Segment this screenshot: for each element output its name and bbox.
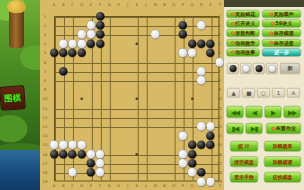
board-point-N8[interactable] bbox=[160, 76, 169, 85]
board-point-O17[interactable] bbox=[169, 159, 178, 168]
bottom-button-left-3[interactable]: 显示手数 bbox=[230, 172, 258, 183]
board-point-F9[interactable] bbox=[95, 85, 104, 94]
board-point-Q5[interactable] bbox=[187, 48, 196, 57]
board-point-Q15[interactable] bbox=[187, 140, 196, 149]
board-point-B14[interactable] bbox=[59, 131, 68, 140]
board-point-B12[interactable] bbox=[59, 113, 68, 122]
board-point-K2[interactable] bbox=[132, 21, 141, 30]
board-point-F1[interactable] bbox=[95, 12, 104, 21]
board-point-N11[interactable] bbox=[160, 103, 169, 112]
board-point-D3[interactable] bbox=[77, 30, 86, 39]
board-point-Q8[interactable] bbox=[187, 76, 196, 85]
board-point-R3[interactable] bbox=[197, 30, 206, 39]
delete-tool-button[interactable]: 删 bbox=[280, 63, 300, 74]
board-point-C16[interactable] bbox=[68, 149, 77, 158]
board-point-E4[interactable] bbox=[86, 39, 95, 48]
board-point-H7[interactable] bbox=[114, 67, 123, 76]
board-point-G15[interactable] bbox=[105, 140, 114, 149]
board-point-T11[interactable] bbox=[215, 103, 224, 112]
board-point-S4[interactable] bbox=[206, 39, 215, 48]
board-point-Q9[interactable] bbox=[187, 85, 196, 94]
board-point-E10[interactable] bbox=[86, 94, 95, 103]
board-point-R13[interactable] bbox=[197, 122, 206, 131]
board-point-J12[interactable] bbox=[123, 113, 132, 122]
board-point-G12[interactable] bbox=[105, 113, 114, 122]
board-point-T6[interactable] bbox=[215, 57, 224, 66]
board-point-T12[interactable] bbox=[215, 113, 224, 122]
shape-tool-1[interactable]: ▲ bbox=[227, 88, 240, 98]
board-point-D9[interactable] bbox=[77, 85, 86, 94]
board-point-S12[interactable] bbox=[206, 113, 215, 122]
board-point-Q13[interactable] bbox=[187, 122, 196, 131]
board-point-E6[interactable] bbox=[86, 57, 95, 66]
board-point-F4[interactable] bbox=[95, 39, 104, 48]
board-point-L9[interactable] bbox=[141, 85, 150, 94]
board-point-Q2[interactable] bbox=[187, 21, 196, 30]
board-point-L2[interactable] bbox=[141, 21, 150, 30]
shape-tool-3[interactable]: ○ bbox=[257, 88, 270, 98]
board-point-Q4[interactable] bbox=[187, 39, 196, 48]
board-point-T17[interactable] bbox=[215, 159, 224, 168]
board-point-R12[interactable] bbox=[197, 113, 206, 122]
board-point-M2[interactable] bbox=[151, 21, 160, 30]
board-point-K8[interactable] bbox=[132, 76, 141, 85]
board-point-R8[interactable] bbox=[197, 76, 206, 85]
board-point-B4[interactable] bbox=[59, 39, 68, 48]
board-point-E17[interactable] bbox=[86, 159, 95, 168]
board-point-O10[interactable] bbox=[169, 94, 178, 103]
board-point-S5[interactable] bbox=[206, 48, 215, 57]
board-point-E18[interactable] bbox=[86, 168, 95, 177]
board-point-N15[interactable] bbox=[160, 140, 169, 149]
board-point-R11[interactable] bbox=[197, 103, 206, 112]
board-point-B8[interactable] bbox=[59, 76, 68, 85]
panel-button-3[interactable]: 打开讲义 bbox=[227, 20, 260, 28]
board-point-N17[interactable] bbox=[160, 159, 169, 168]
board-point-P6[interactable] bbox=[178, 57, 187, 66]
board-point-N12[interactable] bbox=[160, 113, 169, 122]
board-point-B15[interactable] bbox=[59, 140, 68, 149]
board-point-C1[interactable] bbox=[68, 12, 77, 21]
board-point-A5[interactable] bbox=[50, 48, 59, 57]
board-point-E8[interactable] bbox=[86, 76, 95, 85]
board-point-A14[interactable] bbox=[50, 131, 59, 140]
board-point-L17[interactable] bbox=[141, 159, 150, 168]
board-point-F6[interactable] bbox=[95, 57, 104, 66]
board-point-B6[interactable] bbox=[59, 57, 68, 66]
board-point-O14[interactable] bbox=[169, 131, 178, 140]
board-point-O13[interactable] bbox=[169, 122, 178, 131]
board-point-J1[interactable] bbox=[123, 12, 132, 21]
board-point-P13[interactable] bbox=[178, 122, 187, 131]
board-point-E1[interactable] bbox=[86, 12, 95, 21]
nav-back[interactable]: ◀ bbox=[246, 106, 263, 118]
board-point-K6[interactable] bbox=[132, 57, 141, 66]
board-point-N7[interactable] bbox=[160, 67, 169, 76]
bottom-button-right-2[interactable]: 加载棋谱 bbox=[264, 157, 301, 168]
board-point-B2[interactable] bbox=[59, 21, 68, 30]
board-point-O18[interactable] bbox=[169, 168, 178, 177]
board-point-P2[interactable] bbox=[178, 21, 187, 30]
board-point-G7[interactable] bbox=[105, 67, 114, 76]
stone-tool-4[interactable] bbox=[266, 63, 278, 74]
board-point-D7[interactable] bbox=[77, 67, 86, 76]
board-point-G16[interactable] bbox=[105, 149, 114, 158]
board-point-B18[interactable] bbox=[59, 168, 68, 177]
assign-homework-button[interactable]: 布置作业 bbox=[266, 123, 301, 134]
board-point-N9[interactable] bbox=[160, 85, 169, 94]
panel-button-7[interactable]: 动画教学 bbox=[227, 39, 260, 47]
board-point-O16[interactable] bbox=[169, 149, 178, 158]
board-point-Q1[interactable] bbox=[187, 12, 196, 21]
board-point-G19[interactable] bbox=[105, 177, 114, 186]
board-point-A12[interactable] bbox=[50, 113, 59, 122]
board-point-R2[interactable] bbox=[197, 21, 206, 30]
board-point-N3[interactable] bbox=[160, 30, 169, 39]
board-point-D11[interactable] bbox=[77, 103, 86, 112]
board-point-T10[interactable] bbox=[215, 94, 224, 103]
board-point-K11[interactable] bbox=[132, 103, 141, 112]
board-point-E19[interactable] bbox=[86, 177, 95, 186]
board-point-K16[interactable] bbox=[132, 149, 141, 158]
board-point-D16[interactable] bbox=[77, 149, 86, 158]
board-point-J10[interactable] bbox=[123, 94, 132, 103]
board-point-B9[interactable] bbox=[59, 85, 68, 94]
nav-forward[interactable]: ▶ bbox=[265, 106, 282, 118]
board-point-E2[interactable] bbox=[86, 21, 95, 30]
board-point-S14[interactable] bbox=[206, 131, 215, 140]
board-point-T8[interactable] bbox=[215, 76, 224, 85]
board-point-M13[interactable] bbox=[151, 122, 160, 131]
board-point-D17[interactable] bbox=[77, 159, 86, 168]
board-point-K13[interactable] bbox=[132, 122, 141, 131]
board-point-A4[interactable] bbox=[50, 39, 59, 48]
board-point-P8[interactable] bbox=[178, 76, 187, 85]
board-point-J4[interactable] bbox=[123, 39, 132, 48]
board-point-E15[interactable] bbox=[86, 140, 95, 149]
board-point-L18[interactable] bbox=[141, 168, 150, 177]
board-point-N13[interactable] bbox=[160, 122, 169, 131]
board-point-T13[interactable] bbox=[215, 122, 224, 131]
board-point-R1[interactable] bbox=[197, 12, 206, 21]
panel-button-9[interactable]: 动画故事 bbox=[227, 48, 260, 56]
board-point-L1[interactable] bbox=[141, 12, 150, 21]
board-point-S8[interactable] bbox=[206, 76, 215, 85]
board-point-M19[interactable] bbox=[151, 177, 160, 186]
board-point-M5[interactable] bbox=[151, 48, 160, 57]
board-point-P11[interactable] bbox=[178, 103, 187, 112]
board-point-P4[interactable] bbox=[178, 39, 187, 48]
shape-tool-4[interactable]: 1 bbox=[272, 88, 285, 98]
board-point-A6[interactable] bbox=[50, 57, 59, 66]
board-point-P15[interactable] bbox=[178, 140, 187, 149]
board-point-N4[interactable] bbox=[160, 39, 169, 48]
board-point-G9[interactable] bbox=[105, 85, 114, 94]
board-point-E9[interactable] bbox=[86, 85, 95, 94]
board-point-F17[interactable] bbox=[95, 159, 104, 168]
board-point-G10[interactable] bbox=[105, 94, 114, 103]
stone-tool-1[interactable] bbox=[227, 63, 239, 74]
board-point-S3[interactable] bbox=[206, 30, 215, 39]
board-point-P3[interactable] bbox=[178, 30, 187, 39]
board-point-R18[interactable] bbox=[197, 168, 206, 177]
board-point-A7[interactable] bbox=[50, 67, 59, 76]
board-point-J19[interactable] bbox=[123, 177, 132, 186]
board-point-S10[interactable] bbox=[206, 94, 215, 103]
board-point-K14[interactable] bbox=[132, 131, 141, 140]
board-point-K15[interactable] bbox=[132, 140, 141, 149]
board-point-T4[interactable] bbox=[215, 39, 224, 48]
board-point-D12[interactable] bbox=[77, 113, 86, 122]
board-point-H15[interactable] bbox=[114, 140, 123, 149]
board-point-O12[interactable] bbox=[169, 113, 178, 122]
board-point-K1[interactable] bbox=[132, 12, 141, 21]
board-point-H18[interactable] bbox=[114, 168, 123, 177]
board-point-C5[interactable] bbox=[68, 48, 77, 57]
board-point-R15[interactable] bbox=[197, 140, 206, 149]
board-point-F7[interactable] bbox=[95, 67, 104, 76]
board-point-N14[interactable] bbox=[160, 131, 169, 140]
board-point-Q10[interactable] bbox=[187, 94, 196, 103]
board-point-J9[interactable] bbox=[123, 85, 132, 94]
board-point-O15[interactable] bbox=[169, 140, 178, 149]
board-point-E13[interactable] bbox=[86, 122, 95, 131]
board-point-B5[interactable] bbox=[59, 48, 68, 57]
board-point-C17[interactable] bbox=[68, 159, 77, 168]
board-point-F10[interactable] bbox=[95, 94, 104, 103]
board-point-A18[interactable] bbox=[50, 168, 59, 177]
board-point-F3[interactable] bbox=[95, 30, 104, 39]
panel-button-1[interactable]: 奖励鲜花 bbox=[227, 10, 260, 18]
board-point-G3[interactable] bbox=[105, 30, 114, 39]
board-point-L16[interactable] bbox=[141, 149, 150, 158]
board-point-E11[interactable] bbox=[86, 103, 95, 112]
board-point-J18[interactable] bbox=[123, 168, 132, 177]
board-point-F18[interactable] bbox=[95, 168, 104, 177]
board-point-C3[interactable] bbox=[68, 30, 77, 39]
board-point-S17[interactable] bbox=[206, 159, 215, 168]
board-point-S2[interactable] bbox=[206, 21, 215, 30]
board-point-D19[interactable] bbox=[77, 177, 86, 186]
board-point-N16[interactable] bbox=[160, 149, 169, 158]
board-point-D18[interactable] bbox=[77, 168, 86, 177]
board-point-J3[interactable] bbox=[123, 30, 132, 39]
board-point-S11[interactable] bbox=[206, 103, 215, 112]
board-point-O11[interactable] bbox=[169, 103, 178, 112]
board-point-G5[interactable] bbox=[105, 48, 114, 57]
board-point-O6[interactable] bbox=[169, 57, 178, 66]
board-point-H11[interactable] bbox=[114, 103, 123, 112]
board-point-C13[interactable] bbox=[68, 122, 77, 131]
board-point-A2[interactable] bbox=[50, 21, 59, 30]
board-point-S9[interactable] bbox=[206, 85, 215, 94]
nav-to-start[interactable]: ▮◀ bbox=[227, 123, 244, 134]
board-point-P18[interactable] bbox=[178, 168, 187, 177]
board-point-M9[interactable] bbox=[151, 85, 160, 94]
board-point-A19[interactable] bbox=[50, 177, 59, 186]
board-point-B16[interactable] bbox=[59, 149, 68, 158]
board-point-C14[interactable] bbox=[68, 131, 77, 140]
board-point-Q18[interactable] bbox=[187, 168, 196, 177]
panel-button-2[interactable]: 奖励掌声 bbox=[262, 10, 301, 18]
board-point-M8[interactable] bbox=[151, 76, 160, 85]
board-point-Q6[interactable] bbox=[187, 57, 196, 66]
board-point-B3[interactable] bbox=[59, 30, 68, 39]
board-point-L15[interactable] bbox=[141, 140, 150, 149]
board-point-Q19[interactable] bbox=[187, 177, 196, 186]
board-point-J2[interactable] bbox=[123, 21, 132, 30]
board-point-Q11[interactable] bbox=[187, 103, 196, 112]
board-point-B19[interactable] bbox=[59, 177, 68, 186]
board-point-S13[interactable] bbox=[206, 122, 215, 131]
board-point-M11[interactable] bbox=[151, 103, 160, 112]
board-point-G6[interactable] bbox=[105, 57, 114, 66]
board-point-P14[interactable] bbox=[178, 131, 187, 140]
bottom-button-left-1[interactable]: 统 计 bbox=[230, 141, 258, 152]
board-point-J6[interactable] bbox=[123, 57, 132, 66]
board-point-H8[interactable] bbox=[114, 76, 123, 85]
board-point-G1[interactable] bbox=[105, 12, 114, 21]
board-point-F15[interactable] bbox=[95, 140, 104, 149]
board-point-T1[interactable] bbox=[215, 12, 224, 21]
board-point-C8[interactable] bbox=[68, 76, 77, 85]
panel-button-8[interactable]: 保存进度 bbox=[262, 39, 301, 47]
board-point-R16[interactable] bbox=[197, 149, 206, 158]
board-point-G18[interactable] bbox=[105, 168, 114, 177]
board-point-A11[interactable] bbox=[50, 103, 59, 112]
board-point-C9[interactable] bbox=[68, 85, 77, 94]
board-point-H3[interactable] bbox=[114, 30, 123, 39]
board-point-L3[interactable] bbox=[141, 30, 150, 39]
board-point-E5[interactable] bbox=[86, 48, 95, 57]
board-point-F19[interactable] bbox=[95, 177, 104, 186]
board-point-J5[interactable] bbox=[123, 48, 132, 57]
board-point-R7[interactable] bbox=[197, 67, 206, 76]
board-point-N5[interactable] bbox=[160, 48, 169, 57]
board-point-R19[interactable] bbox=[197, 177, 206, 186]
board-point-K12[interactable] bbox=[132, 113, 141, 122]
board-point-T15[interactable] bbox=[215, 140, 224, 149]
board-point-E3[interactable] bbox=[86, 30, 95, 39]
board-point-N2[interactable] bbox=[160, 21, 169, 30]
board-point-L14[interactable] bbox=[141, 131, 150, 140]
board-point-D8[interactable] bbox=[77, 76, 86, 85]
board-point-H9[interactable] bbox=[114, 85, 123, 94]
board-point-H2[interactable] bbox=[114, 21, 123, 30]
board-point-M10[interactable] bbox=[151, 94, 160, 103]
board-point-E16[interactable] bbox=[86, 149, 95, 158]
board-point-C7[interactable] bbox=[68, 67, 77, 76]
board-point-P1[interactable] bbox=[178, 12, 187, 21]
panel-button-6[interactable]: 保存棋谱 bbox=[262, 29, 301, 37]
board-point-M7[interactable] bbox=[151, 67, 160, 76]
board-point-O2[interactable] bbox=[169, 21, 178, 30]
board-point-K17[interactable] bbox=[132, 159, 141, 168]
board-point-F8[interactable] bbox=[95, 76, 104, 85]
board-point-G8[interactable] bbox=[105, 76, 114, 85]
board-point-D13[interactable] bbox=[77, 122, 86, 131]
board-point-S16[interactable] bbox=[206, 149, 215, 158]
board-point-S19[interactable] bbox=[206, 177, 215, 186]
board-point-H5[interactable] bbox=[114, 48, 123, 57]
go-board-grid[interactable] bbox=[50, 12, 225, 187]
board-point-D10[interactable] bbox=[77, 94, 86, 103]
board-point-C15[interactable] bbox=[68, 140, 77, 149]
board-point-T14[interactable] bbox=[215, 131, 224, 140]
board-point-H10[interactable] bbox=[114, 94, 123, 103]
board-point-G2[interactable] bbox=[105, 21, 114, 30]
panel-button-4[interactable]: 59讲义 bbox=[262, 20, 301, 28]
board-point-R14[interactable] bbox=[197, 131, 206, 140]
board-point-A10[interactable] bbox=[50, 94, 59, 103]
board-point-T3[interactable] bbox=[215, 30, 224, 39]
board-point-K19[interactable] bbox=[132, 177, 141, 186]
board-point-M16[interactable] bbox=[151, 149, 160, 158]
board-point-G11[interactable] bbox=[105, 103, 114, 112]
board-point-H14[interactable] bbox=[114, 131, 123, 140]
board-point-M4[interactable] bbox=[151, 39, 160, 48]
board-point-O3[interactable] bbox=[169, 30, 178, 39]
board-point-D1[interactable] bbox=[77, 12, 86, 21]
board-point-Q14[interactable] bbox=[187, 131, 196, 140]
board-point-L6[interactable] bbox=[141, 57, 150, 66]
bottom-button-right-3[interactable]: 切换棋盘 bbox=[264, 172, 301, 183]
board-point-J11[interactable] bbox=[123, 103, 132, 112]
board-point-D15[interactable] bbox=[77, 140, 86, 149]
board-point-H13[interactable] bbox=[114, 122, 123, 131]
board-point-D5[interactable] bbox=[77, 48, 86, 57]
board-point-R4[interactable] bbox=[197, 39, 206, 48]
bottom-button-left-2[interactable]: 清空棋盘 bbox=[230, 157, 258, 168]
board-point-D4[interactable] bbox=[77, 39, 86, 48]
board-point-M1[interactable] bbox=[151, 12, 160, 21]
board-point-H16[interactable] bbox=[114, 149, 123, 158]
board-point-H4[interactable] bbox=[114, 39, 123, 48]
board-point-K9[interactable] bbox=[132, 85, 141, 94]
board-point-H12[interactable] bbox=[114, 113, 123, 122]
board-point-K10[interactable] bbox=[132, 94, 141, 103]
nav-to-end[interactable]: ▶▮ bbox=[246, 123, 263, 134]
board-point-H17[interactable] bbox=[114, 159, 123, 168]
board-point-J7[interactable] bbox=[123, 67, 132, 76]
board-point-J17[interactable] bbox=[123, 159, 132, 168]
board-point-G17[interactable] bbox=[105, 159, 114, 168]
board-point-R9[interactable] bbox=[197, 85, 206, 94]
board-point-O19[interactable] bbox=[169, 177, 178, 186]
board-point-P19[interactable] bbox=[178, 177, 187, 186]
board-point-P12[interactable] bbox=[178, 113, 187, 122]
bottom-button-right-1[interactable]: 加载题库 bbox=[264, 141, 301, 152]
board-point-F12[interactable] bbox=[95, 113, 104, 122]
board-point-T5[interactable] bbox=[215, 48, 224, 57]
board-point-J16[interactable] bbox=[123, 149, 132, 158]
board-point-L8[interactable] bbox=[141, 76, 150, 85]
board-point-H1[interactable] bbox=[114, 12, 123, 21]
board-point-F11[interactable] bbox=[95, 103, 104, 112]
board-point-K5[interactable] bbox=[132, 48, 141, 57]
board-point-C19[interactable] bbox=[68, 177, 77, 186]
board-point-A16[interactable] bbox=[50, 149, 59, 158]
board-point-Q17[interactable] bbox=[187, 159, 196, 168]
board-point-M12[interactable] bbox=[151, 113, 160, 122]
board-point-T9[interactable] bbox=[215, 85, 224, 94]
board-point-G13[interactable] bbox=[105, 122, 114, 131]
board-point-C4[interactable] bbox=[68, 39, 77, 48]
board-point-Q7[interactable] bbox=[187, 67, 196, 76]
board-point-H19[interactable] bbox=[114, 177, 123, 186]
board-point-C6[interactable] bbox=[68, 57, 77, 66]
board-point-N19[interactable] bbox=[160, 177, 169, 186]
